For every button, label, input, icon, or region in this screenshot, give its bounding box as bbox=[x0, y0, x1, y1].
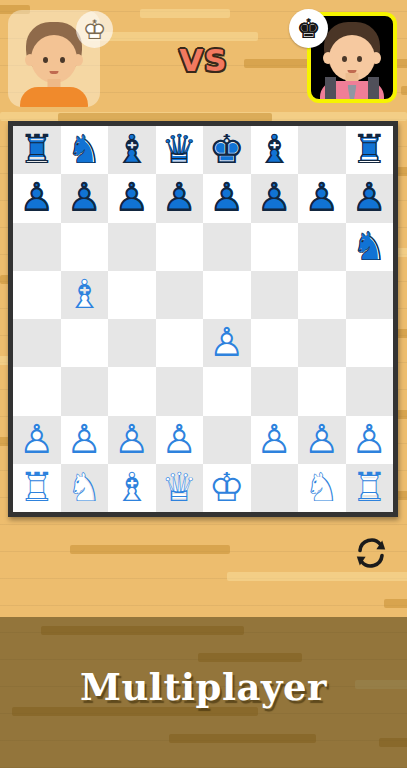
piece-black-pawn[interactable]: ♟♙ bbox=[251, 174, 299, 222]
square-h4[interactable] bbox=[346, 319, 394, 367]
piece-white-pawn[interactable]: ♟♙ bbox=[13, 416, 61, 464]
piece-white-pawn[interactable]: ♟♙ bbox=[251, 416, 299, 464]
square-a1[interactable]: ♜♖ bbox=[13, 464, 61, 512]
piece-black-pawn[interactable]: ♟♙ bbox=[156, 174, 204, 222]
square-e4[interactable]: ♟♙ bbox=[203, 319, 251, 367]
piece-white-pawn[interactable]: ♟♙ bbox=[108, 416, 156, 464]
app-root: ♚ ♔ VS ♚ ♔ bbox=[0, 0, 407, 768]
square-h7[interactable]: ♟♙ bbox=[346, 174, 394, 222]
piece-white-pawn[interactable]: ♟♙ bbox=[203, 319, 251, 367]
square-b7[interactable]: ♟♙ bbox=[61, 174, 109, 222]
piece-black-queen[interactable]: ♛♕ bbox=[156, 126, 204, 174]
square-e8[interactable]: ♚♔ bbox=[203, 126, 251, 174]
refresh-icon bbox=[351, 533, 391, 573]
square-h8[interactable]: ♜♖ bbox=[346, 126, 394, 174]
square-d2[interactable]: ♟♙ bbox=[156, 416, 204, 464]
top-bar: ♚ ♔ VS ♚ ♔ bbox=[0, 0, 407, 115]
piece-white-bishop[interactable]: ♝♗ bbox=[108, 464, 156, 512]
piece-black-rook[interactable]: ♜♖ bbox=[13, 126, 61, 174]
square-h3[interactable] bbox=[346, 367, 394, 415]
square-f7[interactable]: ♟♙ bbox=[251, 174, 299, 222]
square-f2[interactable]: ♟♙ bbox=[251, 416, 299, 464]
square-g6[interactable] bbox=[298, 223, 346, 271]
white-king-icon: ♚ ♔ bbox=[76, 11, 113, 48]
square-g1[interactable]: ♞♘ bbox=[298, 464, 346, 512]
square-c5[interactable] bbox=[108, 271, 156, 319]
square-f8[interactable]: ♝♗ bbox=[251, 126, 299, 174]
piece-white-rook[interactable]: ♜♖ bbox=[13, 464, 61, 512]
square-d4[interactable] bbox=[156, 319, 204, 367]
square-c4[interactable] bbox=[108, 319, 156, 367]
white-king-badge: ♚ ♔ bbox=[76, 11, 113, 48]
chess-board: ♜♖♞♘♝♗♛♕♚♔♝♗♜♖♟♙♟♙♟♙♟♙♟♙♟♙♟♙♟♙♞♘♝♗♟♙♟♙♟♙… bbox=[8, 121, 398, 517]
square-b1[interactable]: ♞♘ bbox=[61, 464, 109, 512]
square-h1[interactable]: ♜♖ bbox=[346, 464, 394, 512]
piece-white-queen[interactable]: ♛♕ bbox=[156, 464, 204, 512]
piece-black-pawn[interactable]: ♟♙ bbox=[13, 174, 61, 222]
square-d7[interactable]: ♟♙ bbox=[156, 174, 204, 222]
refresh-button[interactable] bbox=[351, 533, 391, 573]
piece-black-king[interactable]: ♚♔ bbox=[203, 126, 251, 174]
piece-white-rook[interactable]: ♜♖ bbox=[346, 464, 394, 512]
square-f4[interactable] bbox=[251, 319, 299, 367]
piece-black-bishop[interactable]: ♝♗ bbox=[108, 126, 156, 174]
square-e3[interactable] bbox=[203, 367, 251, 415]
square-g2[interactable]: ♟♙ bbox=[298, 416, 346, 464]
piece-black-bishop[interactable]: ♝♗ bbox=[251, 126, 299, 174]
piece-black-pawn[interactable]: ♟♙ bbox=[203, 174, 251, 222]
square-e2[interactable] bbox=[203, 416, 251, 464]
square-c6[interactable] bbox=[108, 223, 156, 271]
square-a5[interactable] bbox=[13, 271, 61, 319]
square-g4[interactable] bbox=[298, 319, 346, 367]
square-e5[interactable] bbox=[203, 271, 251, 319]
square-b6[interactable] bbox=[61, 223, 109, 271]
square-b3[interactable] bbox=[61, 367, 109, 415]
piece-black-rook[interactable]: ♜♖ bbox=[346, 126, 394, 174]
black-king-badge: ♚ ♔ bbox=[289, 9, 328, 48]
square-a6[interactable] bbox=[13, 223, 61, 271]
square-b4[interactable] bbox=[61, 319, 109, 367]
square-e6[interactable] bbox=[203, 223, 251, 271]
square-c8[interactable]: ♝♗ bbox=[108, 126, 156, 174]
square-d8[interactable]: ♛♕ bbox=[156, 126, 204, 174]
piece-white-pawn[interactable]: ♟♙ bbox=[61, 416, 109, 464]
square-g7[interactable]: ♟♙ bbox=[298, 174, 346, 222]
square-f6[interactable] bbox=[251, 223, 299, 271]
piece-black-pawn[interactable]: ♟♙ bbox=[108, 174, 156, 222]
square-c2[interactable]: ♟♙ bbox=[108, 416, 156, 464]
square-e1[interactable]: ♚♔ bbox=[203, 464, 251, 512]
square-a2[interactable]: ♟♙ bbox=[13, 416, 61, 464]
piece-white-pawn[interactable]: ♟♙ bbox=[346, 416, 394, 464]
square-a3[interactable] bbox=[13, 367, 61, 415]
square-f5[interactable] bbox=[251, 271, 299, 319]
square-f1[interactable] bbox=[251, 464, 299, 512]
piece-white-bishop[interactable]: ♝♗ bbox=[61, 271, 109, 319]
square-c3[interactable] bbox=[108, 367, 156, 415]
wood-streak bbox=[227, 572, 407, 581]
square-f3[interactable] bbox=[251, 367, 299, 415]
square-d5[interactable] bbox=[156, 271, 204, 319]
square-g5[interactable] bbox=[298, 271, 346, 319]
piece-black-pawn[interactable]: ♟♙ bbox=[346, 174, 394, 222]
piece-white-king[interactable]: ♚♔ bbox=[203, 464, 251, 512]
piece-white-knight[interactable]: ♞♘ bbox=[61, 464, 109, 512]
piece-black-knight[interactable]: ♞♘ bbox=[61, 126, 109, 174]
square-g8[interactable] bbox=[298, 126, 346, 174]
piece-white-pawn[interactable]: ♟♙ bbox=[298, 416, 346, 464]
piece-black-knight[interactable]: ♞♘ bbox=[346, 223, 394, 271]
square-c1[interactable]: ♝♗ bbox=[108, 464, 156, 512]
square-d3[interactable] bbox=[156, 367, 204, 415]
piece-white-pawn[interactable]: ♟♙ bbox=[156, 416, 204, 464]
square-b5[interactable]: ♝♗ bbox=[61, 271, 109, 319]
square-d1[interactable]: ♛♕ bbox=[156, 464, 204, 512]
multiplayer-label: Multiplayer bbox=[0, 665, 407, 709]
piece-black-pawn[interactable]: ♟♙ bbox=[298, 174, 346, 222]
square-h5[interactable] bbox=[346, 271, 394, 319]
square-g3[interactable] bbox=[298, 367, 346, 415]
square-a8[interactable]: ♜♖ bbox=[13, 126, 61, 174]
piece-black-pawn[interactable]: ♟♙ bbox=[61, 174, 109, 222]
square-e7[interactable]: ♟♙ bbox=[203, 174, 251, 222]
piece-white-knight[interactable]: ♞♘ bbox=[298, 464, 346, 512]
square-c7[interactable]: ♟♙ bbox=[108, 174, 156, 222]
multiplayer-bar[interactable]: Multiplayer bbox=[0, 617, 407, 768]
square-d6[interactable] bbox=[156, 223, 204, 271]
wood-streak bbox=[70, 545, 230, 554]
square-a7[interactable]: ♟♙ bbox=[13, 174, 61, 222]
square-b2[interactable]: ♟♙ bbox=[61, 416, 109, 464]
square-h6[interactable]: ♞♘ bbox=[346, 223, 394, 271]
black-king-icon: ♚ ♔ bbox=[289, 9, 328, 48]
square-b8[interactable]: ♞♘ bbox=[61, 126, 109, 174]
wood-streak bbox=[384, 599, 407, 608]
square-h2[interactable]: ♟♙ bbox=[346, 416, 394, 464]
square-a4[interactable] bbox=[13, 319, 61, 367]
